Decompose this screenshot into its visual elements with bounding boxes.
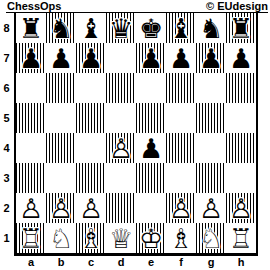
square-e6[interactable] bbox=[136, 73, 166, 103]
square-g6[interactable] bbox=[196, 73, 226, 103]
file-label-e: e bbox=[136, 256, 166, 269]
white-rook-h1: ♖ bbox=[226, 223, 256, 253]
square-c8[interactable]: ♝♝ bbox=[76, 13, 106, 43]
rank-label-3: 3 bbox=[0, 163, 13, 193]
square-b2[interactable]: ♟♙ bbox=[46, 193, 76, 223]
white-knight-g1: ♘ bbox=[196, 223, 226, 253]
piece-halo: ♞ bbox=[196, 223, 226, 253]
piece-halo: ♝ bbox=[76, 223, 106, 253]
square-a8[interactable]: ♜♜ bbox=[16, 13, 46, 43]
piece-halo: ♟ bbox=[136, 43, 166, 73]
piece-halo: ♛ bbox=[106, 13, 136, 43]
square-h4[interactable] bbox=[226, 133, 256, 163]
square-a1[interactable]: ♜♖ bbox=[16, 223, 46, 253]
black-pawn-f7: ♟ bbox=[166, 43, 196, 73]
square-f4[interactable] bbox=[166, 133, 196, 163]
black-queen-d8: ♛ bbox=[106, 13, 136, 43]
white-bishop-c1: ♗ bbox=[76, 223, 106, 253]
square-f1[interactable]: ♝♗ bbox=[166, 223, 196, 253]
piece-halo: ♞ bbox=[196, 13, 226, 43]
square-e5[interactable] bbox=[136, 103, 166, 133]
square-f6[interactable] bbox=[166, 73, 196, 103]
square-d7[interactable] bbox=[106, 43, 136, 73]
square-b4[interactable] bbox=[46, 133, 76, 163]
white-pawn-g2: ♙ bbox=[196, 193, 226, 223]
file-label-c: c bbox=[76, 256, 106, 269]
black-bishop-c8: ♝ bbox=[76, 13, 106, 43]
black-bishop-f8: ♝ bbox=[166, 13, 196, 43]
square-h7[interactable]: ♟♟ bbox=[226, 43, 256, 73]
square-a7[interactable]: ♟♟ bbox=[16, 43, 46, 73]
white-pawn-b2: ♙ bbox=[46, 193, 76, 223]
square-g1[interactable]: ♞♘ bbox=[196, 223, 226, 253]
square-g2[interactable]: ♟♙ bbox=[196, 193, 226, 223]
square-f7[interactable]: ♟♟ bbox=[166, 43, 196, 73]
piece-halo: ♞ bbox=[46, 223, 76, 253]
white-knight-b1: ♘ bbox=[46, 223, 76, 253]
square-a2[interactable]: ♟♙ bbox=[16, 193, 46, 223]
square-a6[interactable] bbox=[16, 73, 46, 103]
piece-halo: ♚ bbox=[136, 13, 166, 43]
square-c1[interactable]: ♝♗ bbox=[76, 223, 106, 253]
square-g7[interactable]: ♟♟ bbox=[196, 43, 226, 73]
piece-halo: ♟ bbox=[76, 43, 106, 73]
square-h5[interactable] bbox=[226, 103, 256, 133]
file-label-g: g bbox=[196, 256, 226, 269]
file-label-f: f bbox=[166, 256, 196, 269]
white-queen-d1: ♕ bbox=[106, 223, 136, 253]
square-d3[interactable] bbox=[106, 163, 136, 193]
square-b3[interactable] bbox=[46, 163, 76, 193]
square-a3[interactable] bbox=[16, 163, 46, 193]
piece-halo: ♟ bbox=[166, 43, 196, 73]
black-pawn-c7: ♟ bbox=[76, 43, 106, 73]
piece-halo: ♟ bbox=[46, 43, 76, 73]
piece-halo: ♟ bbox=[76, 193, 106, 223]
rank-label-8: 8 bbox=[0, 13, 13, 43]
square-h8[interactable]: ♜♜ bbox=[226, 13, 256, 43]
square-a4[interactable] bbox=[16, 133, 46, 163]
black-pawn-e4: ♟ bbox=[136, 133, 166, 163]
black-king-e8: ♚ bbox=[136, 13, 166, 43]
black-pawn-g7: ♟ bbox=[196, 43, 226, 73]
rank-label-1: 1 bbox=[0, 223, 13, 253]
header-bar: ChessOps © EUdesign bbox=[6, 0, 268, 13]
square-g5[interactable] bbox=[196, 103, 226, 133]
app-title: ChessOps bbox=[7, 0, 61, 12]
rank-label-5: 5 bbox=[0, 103, 13, 133]
square-d5[interactable] bbox=[106, 103, 136, 133]
rank-label-7: 7 bbox=[0, 43, 13, 73]
piece-halo: ♟ bbox=[46, 193, 76, 223]
square-h1[interactable]: ♜♖ bbox=[226, 223, 256, 253]
piece-halo: ♚ bbox=[136, 223, 166, 253]
piece-halo: ♜ bbox=[226, 223, 256, 253]
square-c5[interactable] bbox=[76, 103, 106, 133]
piece-halo: ♜ bbox=[16, 223, 46, 253]
rank-labels: 87654321 bbox=[0, 13, 13, 253]
rank-label-2: 2 bbox=[0, 193, 13, 223]
piece-halo: ♟ bbox=[226, 193, 256, 223]
piece-halo: ♟ bbox=[166, 193, 196, 223]
black-rook-a8: ♜ bbox=[16, 13, 46, 43]
square-d6[interactable] bbox=[106, 73, 136, 103]
black-rook-h8: ♜ bbox=[226, 13, 256, 43]
white-rook-a1: ♖ bbox=[16, 223, 46, 253]
piece-halo: ♟ bbox=[136, 133, 166, 163]
white-pawn-h2: ♙ bbox=[226, 193, 256, 223]
black-knight-b8: ♞ bbox=[46, 13, 76, 43]
file-label-h: h bbox=[226, 256, 256, 269]
piece-halo: ♟ bbox=[196, 43, 226, 73]
black-pawn-h7: ♟ bbox=[226, 43, 256, 73]
square-b1[interactable]: ♞♘ bbox=[46, 223, 76, 253]
piece-halo: ♝ bbox=[166, 223, 196, 253]
square-f5[interactable] bbox=[166, 103, 196, 133]
square-e3[interactable] bbox=[136, 163, 166, 193]
square-c7[interactable]: ♟♟ bbox=[76, 43, 106, 73]
rank-label-4: 4 bbox=[0, 133, 13, 163]
chess-board: ♜♜♞♞♝♝♛♛♚♚♝♝♞♞♜♜♟♟♟♟♟♟♟♟♟♟♟♟♟♟♟♙♟♟♟♙♟♙♟♙… bbox=[14, 13, 258, 256]
file-label-a: a bbox=[16, 256, 46, 269]
square-f2[interactable]: ♟♙ bbox=[166, 193, 196, 223]
square-e2[interactable] bbox=[136, 193, 166, 223]
square-b5[interactable] bbox=[46, 103, 76, 133]
square-g4[interactable] bbox=[196, 133, 226, 163]
white-pawn-c2: ♙ bbox=[76, 193, 106, 223]
square-d8[interactable]: ♛♛ bbox=[106, 13, 136, 43]
black-pawn-e7: ♟ bbox=[136, 43, 166, 73]
file-labels: abcdefgh bbox=[16, 256, 256, 269]
square-d4[interactable]: ♟♙ bbox=[106, 133, 136, 163]
piece-halo: ♜ bbox=[16, 13, 46, 43]
white-pawn-d4: ♙ bbox=[106, 133, 136, 163]
piece-halo: ♝ bbox=[76, 13, 106, 43]
square-g3[interactable] bbox=[196, 163, 226, 193]
black-pawn-b7: ♟ bbox=[46, 43, 76, 73]
piece-halo: ♟ bbox=[226, 43, 256, 73]
square-b6[interactable] bbox=[46, 73, 76, 103]
black-knight-g8: ♞ bbox=[196, 13, 226, 43]
piece-halo: ♝ bbox=[166, 13, 196, 43]
square-h2[interactable]: ♟♙ bbox=[226, 193, 256, 223]
square-g8[interactable]: ♞♞ bbox=[196, 13, 226, 43]
file-label-b: b bbox=[46, 256, 76, 269]
square-b8[interactable]: ♞♞ bbox=[46, 13, 76, 43]
square-f3[interactable] bbox=[166, 163, 196, 193]
square-e1[interactable]: ♚♔ bbox=[136, 223, 166, 253]
square-h3[interactable] bbox=[226, 163, 256, 193]
square-d1[interactable]: ♛♕ bbox=[106, 223, 136, 253]
square-a5[interactable] bbox=[16, 103, 46, 133]
white-pawn-a2: ♙ bbox=[16, 193, 46, 223]
piece-halo: ♛ bbox=[106, 223, 136, 253]
white-pawn-f2: ♙ bbox=[166, 193, 196, 223]
square-c4[interactable] bbox=[76, 133, 106, 163]
square-e4[interactable]: ♟♟ bbox=[136, 133, 166, 163]
square-f8[interactable]: ♝♝ bbox=[166, 13, 196, 43]
square-e7[interactable]: ♟♟ bbox=[136, 43, 166, 73]
square-b7[interactable]: ♟♟ bbox=[46, 43, 76, 73]
square-h6[interactable] bbox=[226, 73, 256, 103]
rank-label-6: 6 bbox=[0, 73, 13, 103]
black-pawn-a7: ♟ bbox=[16, 43, 46, 73]
piece-halo: ♟ bbox=[16, 43, 46, 73]
piece-halo: ♟ bbox=[16, 193, 46, 223]
file-label-d: d bbox=[106, 256, 136, 269]
square-c3[interactable] bbox=[76, 163, 106, 193]
square-c6[interactable] bbox=[76, 73, 106, 103]
piece-halo: ♜ bbox=[226, 13, 256, 43]
square-d2[interactable] bbox=[106, 193, 136, 223]
square-e8[interactable]: ♚♚ bbox=[136, 13, 166, 43]
copyright-credit: © EUdesign bbox=[206, 0, 268, 12]
piece-halo: ♟ bbox=[196, 193, 226, 223]
piece-halo: ♞ bbox=[46, 13, 76, 43]
square-c2[interactable]: ♟♙ bbox=[76, 193, 106, 223]
piece-halo: ♟ bbox=[106, 133, 136, 163]
white-king-e1: ♔ bbox=[136, 223, 166, 253]
white-bishop-f1: ♗ bbox=[166, 223, 196, 253]
